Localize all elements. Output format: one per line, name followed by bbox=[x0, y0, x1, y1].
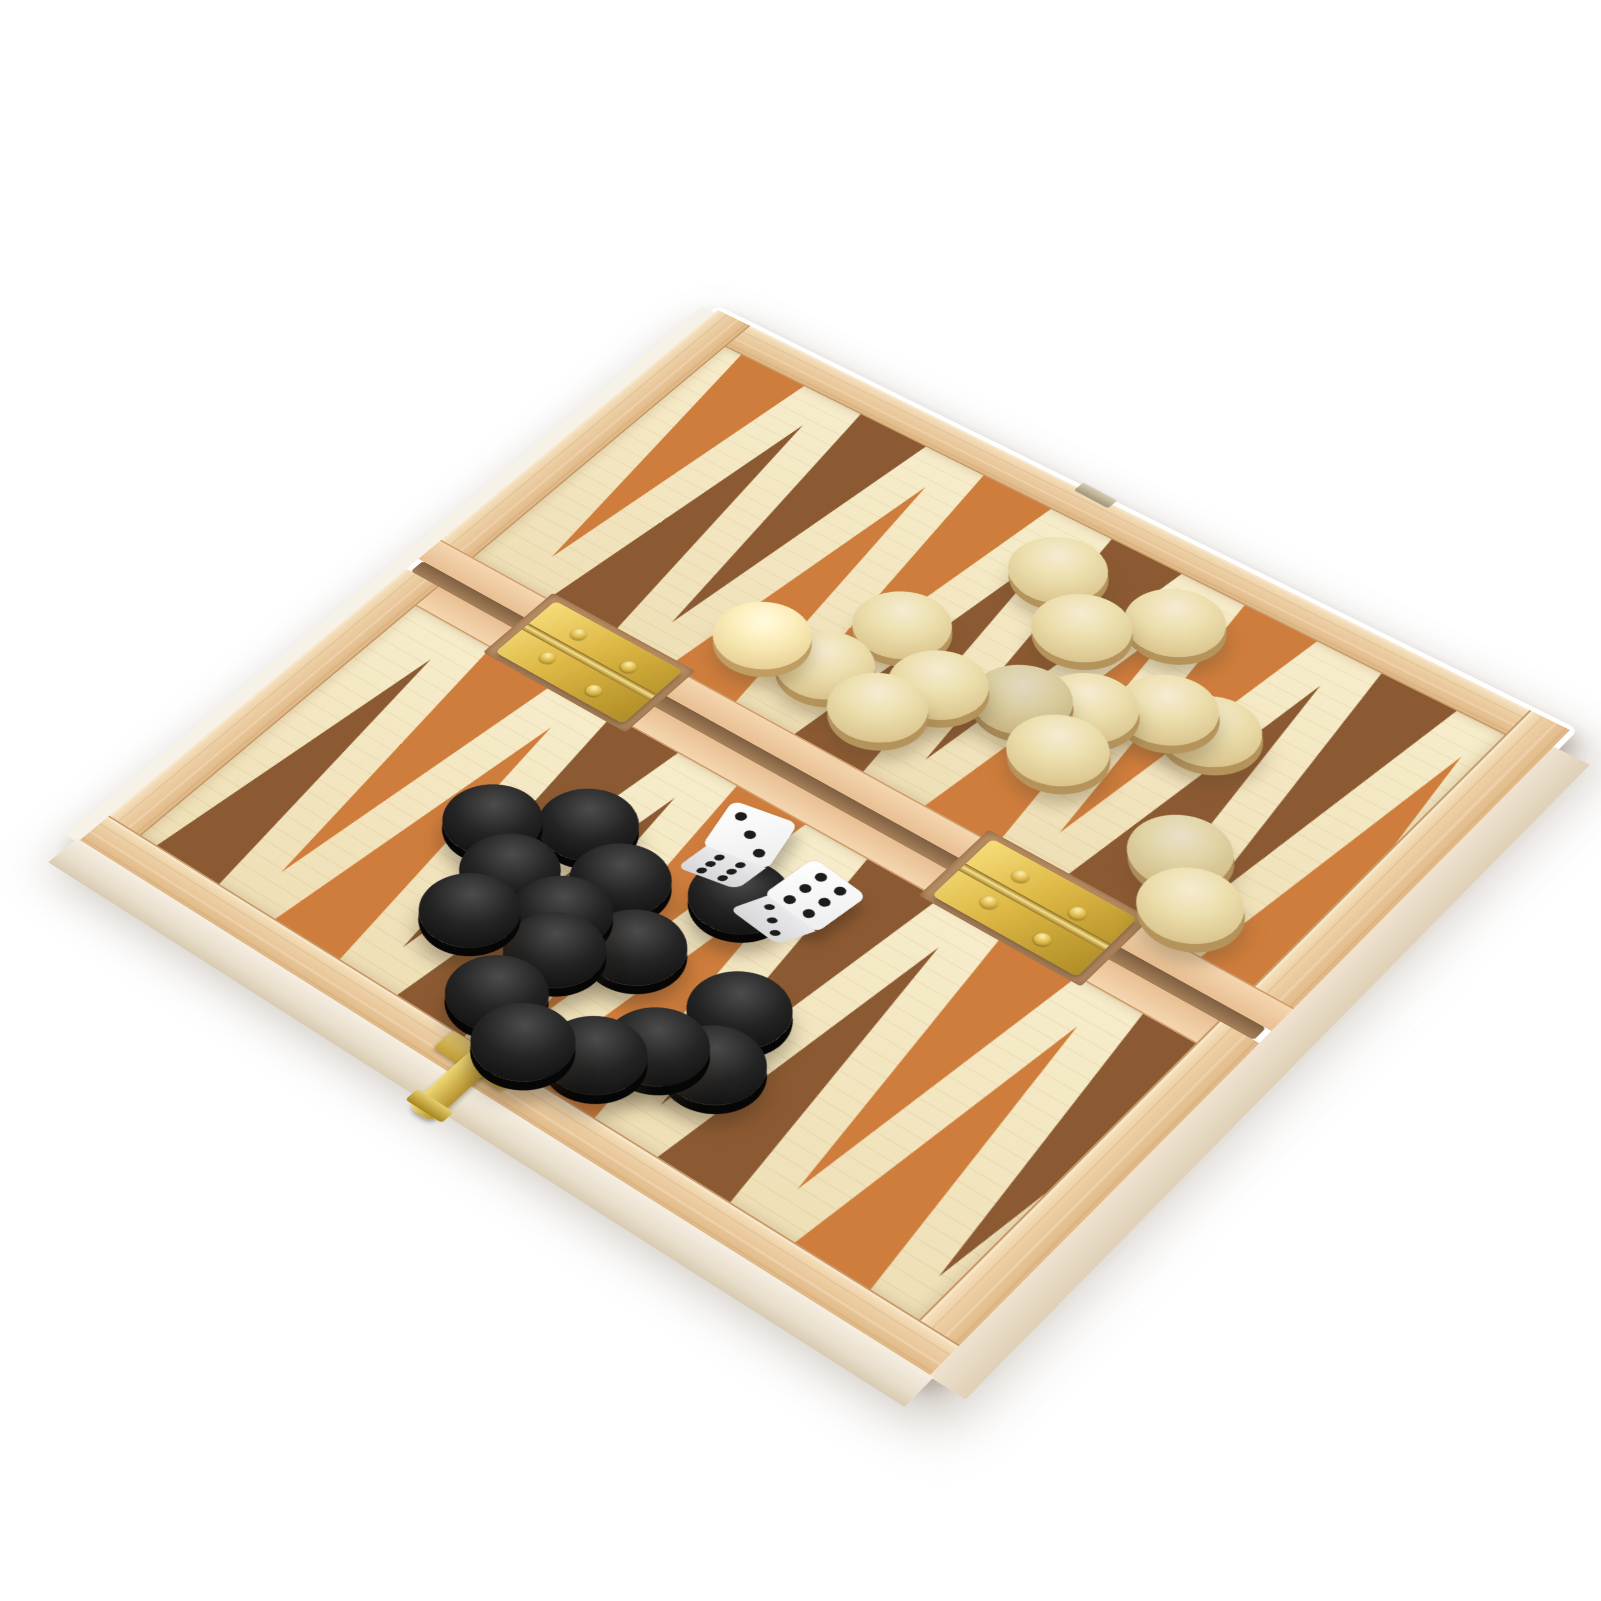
die-pip bbox=[762, 903, 777, 911]
die-pip bbox=[733, 811, 749, 823]
backgammon-board bbox=[80, 310, 1570, 1375]
die-pip bbox=[725, 868, 740, 876]
hinge-screw bbox=[1030, 930, 1055, 948]
die-pip bbox=[831, 885, 848, 897]
die-pip bbox=[816, 896, 833, 909]
die-pip bbox=[734, 861, 749, 869]
hinge-screw bbox=[977, 893, 1002, 911]
hinge-screw bbox=[567, 627, 590, 643]
product-photo-backgammon-set bbox=[0, 0, 1601, 1601]
die-pip bbox=[712, 853, 727, 861]
hinge-screw bbox=[1066, 905, 1091, 923]
die-pip bbox=[767, 929, 782, 937]
die-pip bbox=[716, 874, 731, 882]
die-pip bbox=[812, 871, 829, 883]
die-pip bbox=[765, 916, 780, 924]
die-pip bbox=[781, 893, 798, 906]
die-pip bbox=[800, 907, 817, 920]
die-pip bbox=[742, 829, 758, 841]
die-pip bbox=[703, 860, 718, 868]
hinge-screw bbox=[582, 682, 605, 698]
hinge-screw bbox=[617, 659, 640, 675]
hinge-screw bbox=[536, 650, 559, 666]
die-pip bbox=[751, 847, 767, 859]
die-pip bbox=[797, 882, 814, 894]
die-pip bbox=[694, 866, 709, 874]
hinge-screw bbox=[1009, 868, 1034, 886]
